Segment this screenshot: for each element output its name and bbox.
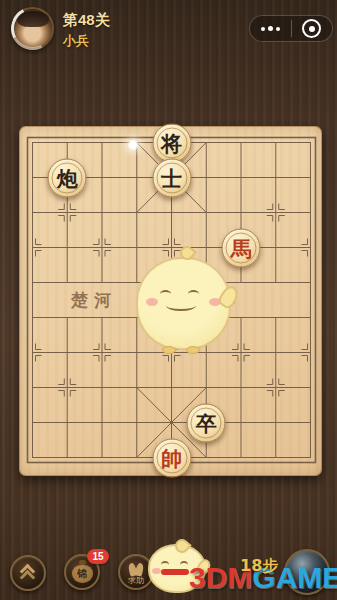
player-rank-label: 小兵 — [63, 32, 89, 50]
piece-black-general[interactable]: 将 — [152, 123, 191, 162]
expand-button[interactable] — [10, 555, 46, 591]
help-label: 求助 — [128, 576, 144, 585]
money-bag-icon: 锦 — [72, 565, 93, 583]
piece-red-general[interactable]: 帥 — [152, 438, 191, 477]
steps-counter: 18步 — [240, 556, 278, 577]
miniprogram-capsule — [249, 15, 333, 42]
more-icon — [261, 26, 280, 31]
piece-black-soldier[interactable]: 卒 — [187, 403, 226, 442]
bag-count-badge: 15 — [87, 549, 109, 564]
piece-black-advisor[interactable]: 士 — [152, 158, 191, 197]
last-move-marker — [127, 139, 138, 150]
xiangqi-board[interactable]: 楚河 漢界 将炮士馬卒帥 — [19, 126, 322, 476]
chevron-up-icon — [20, 566, 36, 580]
watermark-mascot-board — [136, 248, 231, 354]
close-button[interactable] — [292, 16, 333, 41]
player-avatar[interactable] — [11, 7, 54, 50]
app-root: { "game": "xiangqi", "header": { "level_… — [0, 0, 337, 600]
river-label-left: 楚河 — [71, 289, 117, 312]
piece-red-horse[interactable]: 馬 — [222, 228, 261, 267]
praying-hands-icon — [127, 563, 145, 576]
piece-black-cannon[interactable]: 炮 — [48, 158, 87, 197]
close-icon — [302, 19, 321, 38]
level-title: 第48关 — [63, 11, 110, 30]
more-options-button[interactable] — [250, 16, 291, 41]
